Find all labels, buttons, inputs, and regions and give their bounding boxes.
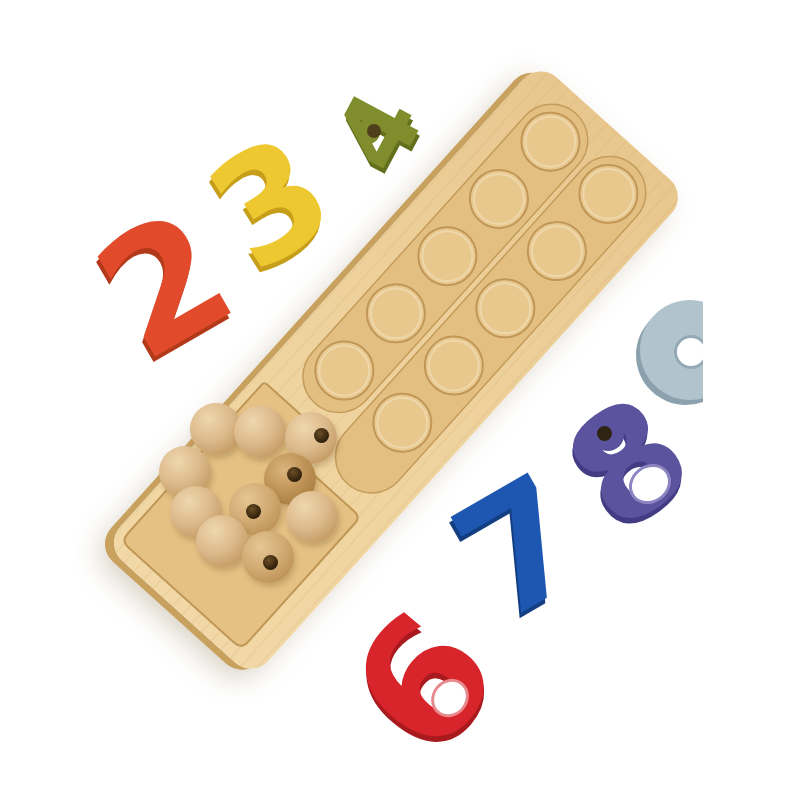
tile-8-drilled-hole bbox=[597, 426, 612, 441]
ring-piece-clip-region bbox=[0, 0, 703, 800]
ring-piece-hole bbox=[674, 335, 703, 369]
tile-4-drilled-hole bbox=[367, 124, 381, 138]
number-tile-ring-partial[interactable] bbox=[640, 300, 703, 400]
scene: 234678 bbox=[0, 0, 800, 800]
